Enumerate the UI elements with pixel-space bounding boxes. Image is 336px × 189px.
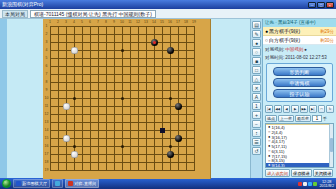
windows-taskbar: 新浪围棋大厅对弈-直播间 12:28 2011/8/2 <box>0 178 336 189</box>
column-label: 4 <box>70 20 78 24</box>
row-label: 2 <box>43 30 50 38</box>
row-label: 12 <box>43 110 50 118</box>
move-navigation-bar: |◀◀◀◀▶▶▶▶|□↻ <box>263 104 336 114</box>
black-move-icon: ● <box>268 163 270 168</box>
star-point <box>121 49 124 52</box>
column-label: 2 <box>54 20 62 24</box>
minimize-button[interactable]: ─ <box>308 2 316 8</box>
black-stone-tool-icon[interactable]: ● <box>252 39 261 47</box>
taskbar-clock[interactable]: 12:28 2011/8/2 <box>320 180 335 188</box>
column-label: 17 <box>174 20 182 24</box>
taskbar-app-icon <box>16 181 21 186</box>
row-label: 8 <box>43 78 50 86</box>
star-point <box>169 145 172 148</box>
board-background: 12345678910111213141516171819 1234567891… <box>7 19 250 178</box>
star-point <box>73 97 76 100</box>
column-label: 16 <box>166 20 174 24</box>
sidebar: 让先 · 黑贴3/4子 (直播中) ● 黑方棋手(9段) 剩29分 ○ 白方棋手… <box>262 19 336 178</box>
move-list-row[interactable]: ●9(14,3) <box>266 163 333 168</box>
white-player-name: 白方棋手(9段) <box>269 37 319 43</box>
enter-room-button[interactable]: 进入该房间 <box>265 169 290 177</box>
star-point <box>121 145 124 148</box>
black-stone[interactable] <box>167 47 174 54</box>
save-record-button[interactable]: 保存棋谱 <box>291 169 312 177</box>
row-label: 9 <box>43 86 50 94</box>
resign-button[interactable]: 投子认输 <box>273 89 326 98</box>
taskbar-app-icon <box>68 181 73 186</box>
star-point <box>169 97 172 100</box>
column-label: 19 <box>190 20 198 24</box>
star-point <box>121 97 124 100</box>
taskbar-app-label: 对弈-直播间 <box>74 181 96 186</box>
row-label: 7 <box>43 70 50 78</box>
column-label: 6 <box>86 20 94 24</box>
go-board[interactable]: 12345678910111213141516171819 1234567891… <box>43 19 210 179</box>
last-move-button[interactable]: ▶| <box>309 105 317 113</box>
white-player-row[interactable]: ○ 白方棋手(9段) 剩30分 <box>263 36 336 45</box>
annotation-toolbar: ▤✎●○■□△✕A1+−↕☰↺ <box>250 19 262 178</box>
pick-point-button[interactable]: 选点 <box>265 115 277 122</box>
row-label: 19 <box>43 166 50 174</box>
board-column-labels: 12345678910111213141516171819 <box>46 20 198 24</box>
title-bar: 新浪围棋(对弈Pro) ─ □ × <box>0 0 336 9</box>
row-label: 17 <box>43 150 50 158</box>
row-label: 3 <box>43 38 50 46</box>
new-board-icon[interactable]: ▤ <box>252 21 261 29</box>
board-grid[interactable] <box>50 26 195 171</box>
tray-icon[interactable] <box>298 182 302 186</box>
row-label: 5 <box>43 54 50 62</box>
column-label: 9 <box>110 20 118 24</box>
black-stone[interactable] <box>175 135 182 142</box>
column-label: 18 <box>182 20 190 24</box>
main-area: 12345678910111213141516171819 1234567891… <box>0 19 336 178</box>
close-record-button[interactable]: 关闭棋谱 <box>313 169 334 177</box>
resize-icon[interactable]: ↕ <box>252 129 261 137</box>
to-play-stone-icon: ● <box>304 47 307 52</box>
close-button[interactable]: × <box>326 2 334 8</box>
game-info-header: 让先 · 黑贴3/4子 (直播中) <box>263 19 336 27</box>
taskbar-app-button[interactable] <box>52 179 63 188</box>
column-label: 8 <box>102 20 110 24</box>
app-window: 新浪围棋(对弈Pro) ─ □ × 本局对局 棋谱-7011145 (慢棋对局·… <box>0 0 336 189</box>
forward-ten-button[interactable]: ▶▶ <box>300 105 308 113</box>
system-tray: 12:28 2011/8/2 <box>298 180 335 188</box>
last-variation-button[interactable]: 最后变 <box>295 115 311 122</box>
move-label: 9(14,3) <box>271 163 284 168</box>
column-label: 13 <box>142 20 150 24</box>
row-label: 6 <box>43 62 50 70</box>
black-stone[interactable] <box>175 103 182 110</box>
edit-pencil-icon[interactable]: ✎ <box>252 30 261 38</box>
row-label: 10 <box>43 94 50 102</box>
estimate-score-button[interactable]: 形势判断 <box>273 67 326 76</box>
black-stone[interactable] <box>151 39 158 46</box>
undo-icon[interactable]: ↺ <box>252 147 261 155</box>
column-label: 5 <box>78 20 86 24</box>
column-label: 10 <box>118 20 126 24</box>
maximize-button[interactable]: □ <box>317 2 325 8</box>
move-list[interactable]: 共9手 (黑先) ●1(16,4)○2(4,4)●3(16,17)○4(4,17… <box>265 123 334 168</box>
action-button-box: 形势判断申请悔棋投子认输 <box>266 63 333 102</box>
square-marker <box>160 128 165 133</box>
letter-mark-icon[interactable]: A <box>252 93 261 101</box>
black-player-time: 剩29分 <box>320 29 334 34</box>
row-label: 13 <box>43 118 50 126</box>
black-player-name: 黑方棋手(9段) <box>269 28 319 34</box>
star-point <box>73 145 76 148</box>
taskbar-app-label: 新浪围棋大厅 <box>22 181 47 186</box>
white-stone[interactable] <box>63 135 70 142</box>
rules-value: 中国规则 <box>285 47 303 52</box>
back-one-button[interactable]: ◀ <box>283 105 291 113</box>
white-stone[interactable] <box>63 103 70 110</box>
rules-label: 对局规则: <box>265 47 284 52</box>
start-button[interactable] <box>2 179 11 188</box>
white-stone-icon: ○ <box>265 36 268 45</box>
add-icon[interactable]: + <box>252 111 261 119</box>
request-undo-button[interactable]: 申请悔棋 <box>273 78 326 87</box>
prev-variation-button[interactable]: 上一变 <box>278 115 294 122</box>
time-value: 2011-08-02 12:27:53 <box>285 55 326 60</box>
refresh-button[interactable]: ↻ <box>326 105 334 113</box>
cross-mark-icon[interactable]: ✕ <box>252 84 261 92</box>
triangle-mark-icon[interactable]: △ <box>252 75 261 83</box>
tray-icon[interactable] <box>303 182 307 186</box>
row-label: 15 <box>43 134 50 142</box>
last-move-marker <box>153 41 156 44</box>
move-number-suffix: 手 <box>323 116 327 121</box>
tray-icon[interactable] <box>313 182 317 186</box>
scrollbar-thumb[interactable] <box>330 138 333 152</box>
rules-row: 对局规则: 中国规则 ● <box>263 45 336 53</box>
column-label: 11 <box>126 20 134 24</box>
board-row-labels: 12345678910111213141516171819 <box>43 22 50 174</box>
stop-button[interactable]: □ <box>318 105 326 113</box>
tab-bar: 本局对局 棋谱-7011145 (慢棋对局·让先) 黑先行 中国规则(数子) <box>0 9 336 19</box>
first-move-button[interactable]: |◀ <box>265 105 273 113</box>
column-label: 12 <box>134 20 142 24</box>
square-mark-icon[interactable]: ■ <box>252 57 261 65</box>
row-label: 1 <box>43 22 50 30</box>
remove-icon[interactable]: − <box>252 120 261 128</box>
black-stone-icon: ● <box>265 27 268 36</box>
record-actions-bar: 进入该房间 保存棋谱 关闭棋谱 <box>263 168 336 178</box>
white-stone[interactable] <box>71 151 78 158</box>
taskbar-app-button[interactable]: 新浪围棋大厅 <box>13 179 50 188</box>
column-label: 14 <box>150 20 158 24</box>
hollow-square-mark-icon[interactable]: □ <box>252 66 261 74</box>
row-label: 14 <box>43 126 50 134</box>
left-edge-panel <box>0 19 7 178</box>
variation-options-bar: 选点 上一变 最后变 1 手 <box>263 114 336 123</box>
tray-icon[interactable] <box>308 182 312 186</box>
column-label: 15 <box>158 20 166 24</box>
taskbar-app-button[interactable]: 对弈-直播间 <box>65 179 99 188</box>
black-player-row[interactable]: ● 黑方棋手(9段) 剩29分 <box>263 27 336 36</box>
white-stone[interactable] <box>71 47 78 54</box>
list-icon[interactable]: ☰ <box>252 138 261 146</box>
white-stone-tool-icon[interactable]: ○ <box>252 48 261 56</box>
game-tab[interactable]: 棋谱-7011145 (慢棋对局·让先) 黑先行 中国规则(数子) <box>30 10 156 18</box>
row-label: 11 <box>43 102 50 110</box>
menu-label[interactable]: 本局对局 <box>2 10 28 18</box>
taskbar-app-icon <box>55 181 60 186</box>
forward-one-button[interactable]: ▶ <box>291 105 299 113</box>
row-label: 16 <box>43 142 50 150</box>
column-label: 7 <box>94 20 102 24</box>
black-stone[interactable] <box>167 151 174 158</box>
number-mark-icon[interactable]: 1 <box>252 102 261 110</box>
row-label: 18 <box>43 158 50 166</box>
white-player-time: 剩30分 <box>320 38 334 43</box>
time-row: 对局时间: 2011-08-02 12:27:53 <box>263 53 336 61</box>
column-label: 3 <box>62 20 70 24</box>
row-label: 4 <box>43 46 50 54</box>
move-list-scrollbar[interactable] <box>329 124 333 167</box>
back-ten-button[interactable]: ◀◀ <box>274 105 282 113</box>
window-title: 新浪围棋(对弈Pro) <box>2 0 308 9</box>
time-label: 对局时间: <box>265 55 284 60</box>
move-number-spinner[interactable]: 1 <box>312 115 322 122</box>
